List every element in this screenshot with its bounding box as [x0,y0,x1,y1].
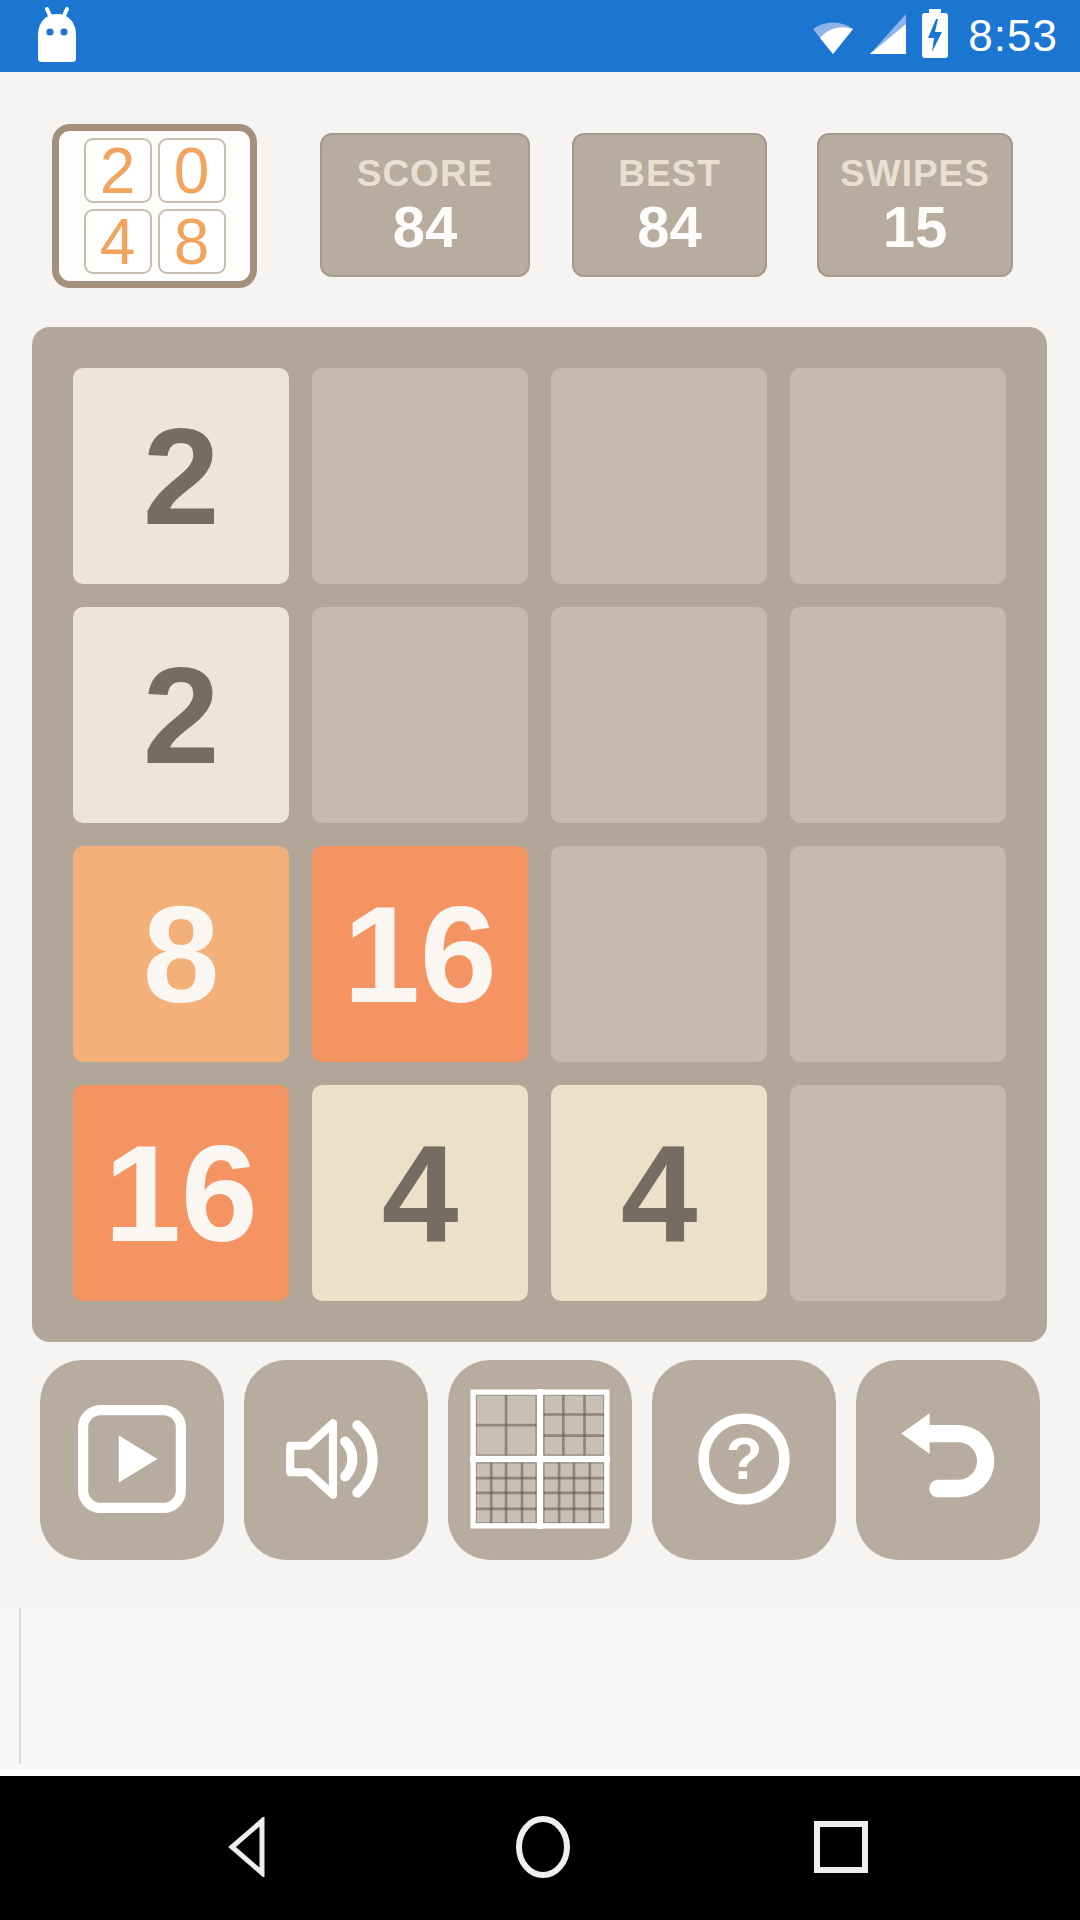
status-bar: 8:53 [0,0,1080,72]
logo-mini-grid: 2 0 4 8 [84,138,226,274]
empty-cell [790,846,1006,1062]
swipes-value: 15 [883,198,948,256]
logo-digit: 4 [84,209,152,274]
logo-digit: 0 [158,138,226,203]
tile-16: 16 [73,1085,289,1301]
tile-8: 8 [73,846,289,1062]
best-box: BEST 84 [572,133,767,277]
score-value: 84 [393,198,458,256]
speaker-icon [277,1403,395,1518]
empty-cell [312,368,528,584]
sound-button[interactable] [244,1360,428,1560]
back-icon [224,1817,268,1880]
status-icons: 8:53 [810,9,1058,63]
play-button[interactable] [40,1360,224,1560]
wifi-icon [810,12,856,60]
clock: 8:53 [968,11,1058,61]
battery-charging-icon [920,9,950,63]
svg-text:?: ? [726,1424,763,1491]
divider-line [19,1608,21,1764]
best-value: 84 [637,198,702,256]
help-button[interactable]: ? [652,1360,836,1560]
empty-cell [790,607,1006,823]
back-button[interactable] [186,1776,306,1920]
tile-2: 2 [73,368,289,584]
tile-2: 2 [73,607,289,823]
grid-size-icon [470,1389,610,1532]
tile-4: 4 [551,1085,767,1301]
undo-icon [890,1403,1006,1518]
android-robot-icon [30,5,84,67]
score-box: SCORE 84 [320,133,530,277]
undo-button[interactable] [856,1360,1040,1560]
empty-cell [551,846,767,1062]
empty-cell [551,368,767,584]
empty-cell [551,607,767,823]
best-label: BEST [618,155,721,192]
navigation-bar [0,1776,1080,1920]
empty-cell [312,607,528,823]
empty-cell [790,1085,1006,1301]
logo-digit: 2 [84,138,152,203]
game-board[interactable]: 228161644 [32,327,1047,1342]
empty-cell [790,368,1006,584]
bottom-separator [0,1769,1080,1776]
question-icon: ? [687,1402,801,1519]
cell-signal-icon [868,12,908,60]
grid-size-button[interactable] [448,1360,632,1560]
swipes-label: SWIPES [840,155,990,192]
swipes-box: SWIPES 15 [817,133,1013,277]
logo-digit: 8 [158,209,226,274]
recents-button[interactable] [781,1776,901,1920]
app-logo: 2 0 4 8 [52,124,257,288]
recents-icon [811,1818,871,1879]
tile-4: 4 [312,1085,528,1301]
tile-16: 16 [312,846,528,1062]
play-icon [76,1403,188,1518]
score-label: SCORE [357,155,494,192]
home-button[interactable] [483,1776,603,1920]
content-strip [0,1607,1080,1768]
app-screen: 8:53 2 0 4 8 SCORE 84 BEST 84 SWIPES 15 … [0,0,1080,1920]
home-icon [513,1814,573,1883]
